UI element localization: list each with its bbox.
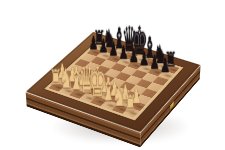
scene: ♜♞♝♛♚♝♞♜♟♟♟♟♟♟♟♟♟♟♟♟♟♟♟♟♜♞♝♛♚♝♞♜ (0, 0, 225, 150)
rook-glyph: ♜ (110, 92, 151, 114)
brass-latch-icon (170, 101, 174, 109)
pawn-glyph: ♟ (147, 57, 183, 76)
chess-box: ♜♞♝♛♚♝♞♜♟♟♟♟♟♟♟♟♟♟♟♟♟♟♟♟♜♞♝♛♚♝♞♜ (26, 32, 201, 133)
chess-set-photo: ♜♞♝♛♚♝♞♜♟♟♟♟♟♟♟♟♟♟♟♟♟♟♟♟♜♞♝♛♚♝♞♜ (0, 0, 225, 150)
